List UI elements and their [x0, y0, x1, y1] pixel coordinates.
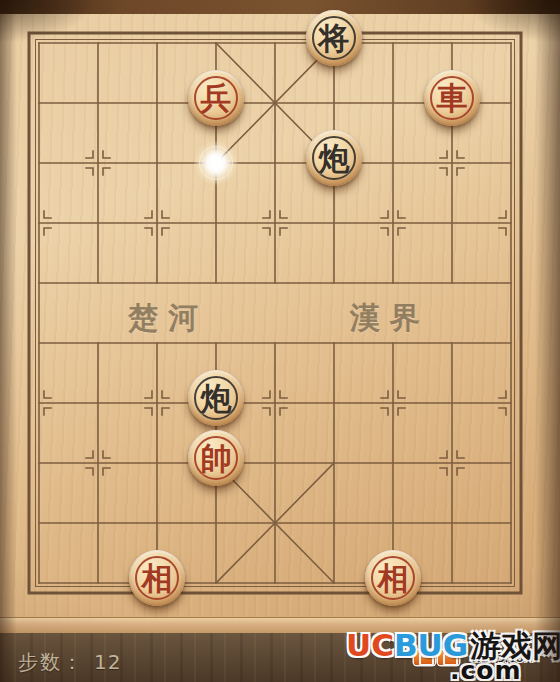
piece-glyph: 炮 [319, 143, 350, 174]
move-counter-value: 12 [94, 650, 121, 674]
piece-black-cannon[interactable]: 炮 [188, 370, 244, 426]
last-move-sparkle-highlight [192, 139, 240, 187]
piece-glyph: 炮 [201, 383, 232, 414]
piece-glyph: 兵 [201, 83, 232, 114]
piece-red-soldier[interactable]: 兵 [188, 70, 244, 126]
wood-frame-top [0, 0, 560, 14]
piece-glyph: 相 [142, 563, 173, 594]
piece-glyph: 車 [437, 83, 468, 114]
piece-red-elephant[interactable]: 相 [365, 550, 421, 606]
xiangqi-app-screen: 楚河 漢界 将兵車炮炮帥相相 步数：12 CR173.COM .com UCBU… [0, 0, 560, 682]
piece-red-general[interactable]: 帥 [188, 430, 244, 486]
piece-glyph: 将 [319, 23, 350, 54]
piece-glyph: 相 [378, 563, 409, 594]
sparkle-halo [199, 146, 233, 180]
piece-red-elephant[interactable]: 相 [129, 550, 185, 606]
river-label-han-jie: 漢界 [350, 300, 430, 336]
piece-red-chariot[interactable]: 車 [424, 70, 480, 126]
move-counter-label: 步数： [18, 650, 84, 674]
river-label-chu-he: 楚河 [128, 300, 208, 336]
piece-black-general[interactable]: 将 [306, 10, 362, 66]
move-counter: 步数：12 [18, 649, 121, 676]
piece-glyph: 帥 [201, 443, 232, 474]
piece-black-cannon[interactable]: 炮 [306, 130, 362, 186]
